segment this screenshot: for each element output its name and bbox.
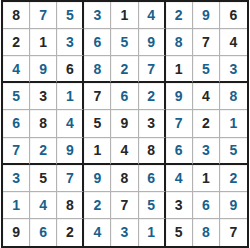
cell-r1c3[interactable]: 5 bbox=[57, 2, 84, 29]
cell-r9c4[interactable]: 4 bbox=[84, 219, 111, 246]
cell-r1c8[interactable]: 9 bbox=[193, 2, 220, 29]
cell-r9c3[interactable]: 2 bbox=[57, 219, 84, 246]
cell-r5c8[interactable]: 2 bbox=[193, 110, 220, 137]
cell-r2c1[interactable]: 2 bbox=[3, 29, 30, 56]
cell-r8c1[interactable]: 1 bbox=[3, 192, 30, 219]
cell-r3c4[interactable]: 8 bbox=[84, 56, 111, 83]
cell-r3c9[interactable]: 3 bbox=[220, 56, 247, 83]
cell-r5c2[interactable]: 8 bbox=[30, 110, 57, 137]
cell-r2c2[interactable]: 1 bbox=[30, 29, 57, 56]
cell-r6c8[interactable]: 3 bbox=[193, 138, 220, 165]
cell-r3c7[interactable]: 1 bbox=[166, 56, 193, 83]
cell-r4c7[interactable]: 9 bbox=[166, 83, 193, 110]
cell-r2c6[interactable]: 9 bbox=[139, 29, 166, 56]
cell-r8c4[interactable]: 2 bbox=[84, 192, 111, 219]
cell-r1c9[interactable]: 6 bbox=[220, 2, 247, 29]
cell-r6c2[interactable]: 2 bbox=[30, 138, 57, 165]
cell-r1c5[interactable]: 1 bbox=[111, 2, 138, 29]
cell-r9c5[interactable]: 3 bbox=[111, 219, 138, 246]
cell-r7c7[interactable]: 4 bbox=[166, 165, 193, 192]
cell-r7c6[interactable]: 6 bbox=[139, 165, 166, 192]
cell-r4c3[interactable]: 1 bbox=[57, 83, 84, 110]
cell-r2c4[interactable]: 6 bbox=[84, 29, 111, 56]
cell-r2c7[interactable]: 8 bbox=[166, 29, 193, 56]
cell-r3c2[interactable]: 9 bbox=[30, 56, 57, 83]
cell-r3c6[interactable]: 7 bbox=[139, 56, 166, 83]
sudoku-board: 8753142962136598744968271535317629486845… bbox=[1, 0, 249, 248]
cell-r9c8[interactable]: 8 bbox=[193, 219, 220, 246]
cell-r6c1[interactable]: 7 bbox=[3, 138, 30, 165]
cell-r7c3[interactable]: 7 bbox=[57, 165, 84, 192]
cell-r3c8[interactable]: 5 bbox=[193, 56, 220, 83]
cell-r5c1[interactable]: 6 bbox=[3, 110, 30, 137]
cell-r6c4[interactable]: 1 bbox=[84, 138, 111, 165]
cell-r8c6[interactable]: 5 bbox=[139, 192, 166, 219]
cell-r8c7[interactable]: 3 bbox=[166, 192, 193, 219]
cell-r4c5[interactable]: 6 bbox=[111, 83, 138, 110]
cell-r8c5[interactable]: 7 bbox=[111, 192, 138, 219]
cell-r1c4[interactable]: 3 bbox=[84, 2, 111, 29]
cell-r2c8[interactable]: 7 bbox=[193, 29, 220, 56]
cell-r5c6[interactable]: 3 bbox=[139, 110, 166, 137]
cell-r5c3[interactable]: 4 bbox=[57, 110, 84, 137]
cell-r7c1[interactable]: 3 bbox=[3, 165, 30, 192]
cell-r6c7[interactable]: 6 bbox=[166, 138, 193, 165]
cell-r6c5[interactable]: 4 bbox=[111, 138, 138, 165]
cell-r8c2[interactable]: 4 bbox=[30, 192, 57, 219]
cell-r3c1[interactable]: 4 bbox=[3, 56, 30, 83]
cell-r6c9[interactable]: 5 bbox=[220, 138, 247, 165]
cell-r9c9[interactable]: 7 bbox=[220, 219, 247, 246]
cell-r1c1[interactable]: 8 bbox=[3, 2, 30, 29]
cell-r2c9[interactable]: 4 bbox=[220, 29, 247, 56]
cell-r2c5[interactable]: 5 bbox=[111, 29, 138, 56]
cell-r8c9[interactable]: 9 bbox=[220, 192, 247, 219]
cell-r8c8[interactable]: 6 bbox=[193, 192, 220, 219]
cell-r4c2[interactable]: 3 bbox=[30, 83, 57, 110]
cell-r5c7[interactable]: 7 bbox=[166, 110, 193, 137]
cell-r7c5[interactable]: 8 bbox=[111, 165, 138, 192]
cell-r1c6[interactable]: 4 bbox=[139, 2, 166, 29]
cell-r5c4[interactable]: 5 bbox=[84, 110, 111, 137]
cell-r1c2[interactable]: 7 bbox=[30, 2, 57, 29]
cell-r7c4[interactable]: 9 bbox=[84, 165, 111, 192]
cell-r5c9[interactable]: 1 bbox=[220, 110, 247, 137]
cell-r8c3[interactable]: 8 bbox=[57, 192, 84, 219]
cell-r1c7[interactable]: 2 bbox=[166, 2, 193, 29]
cell-r9c6[interactable]: 1 bbox=[139, 219, 166, 246]
cell-r4c9[interactable]: 8 bbox=[220, 83, 247, 110]
cell-r7c2[interactable]: 5 bbox=[30, 165, 57, 192]
cell-r4c4[interactable]: 7 bbox=[84, 83, 111, 110]
cell-r6c6[interactable]: 8 bbox=[139, 138, 166, 165]
cell-r2c3[interactable]: 3 bbox=[57, 29, 84, 56]
cell-r9c1[interactable]: 9 bbox=[3, 219, 30, 246]
cell-r7c8[interactable]: 1 bbox=[193, 165, 220, 192]
cell-r9c7[interactable]: 5 bbox=[166, 219, 193, 246]
cell-r4c8[interactable]: 4 bbox=[193, 83, 220, 110]
cell-r4c6[interactable]: 2 bbox=[139, 83, 166, 110]
cell-r3c3[interactable]: 6 bbox=[57, 56, 84, 83]
cell-r5c5[interactable]: 9 bbox=[111, 110, 138, 137]
cell-r4c1[interactable]: 5 bbox=[3, 83, 30, 110]
cell-r3c5[interactable]: 2 bbox=[111, 56, 138, 83]
cell-r9c2[interactable]: 6 bbox=[30, 219, 57, 246]
cell-r6c3[interactable]: 9 bbox=[57, 138, 84, 165]
cell-r7c9[interactable]: 2 bbox=[220, 165, 247, 192]
